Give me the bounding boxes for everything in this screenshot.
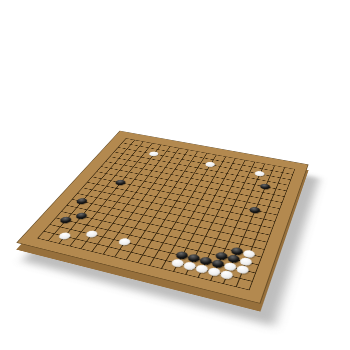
go-board[interactable] (16, 131, 308, 304)
go-scene[interactable] (43, 67, 309, 333)
perspective-tilt (16, 131, 308, 304)
